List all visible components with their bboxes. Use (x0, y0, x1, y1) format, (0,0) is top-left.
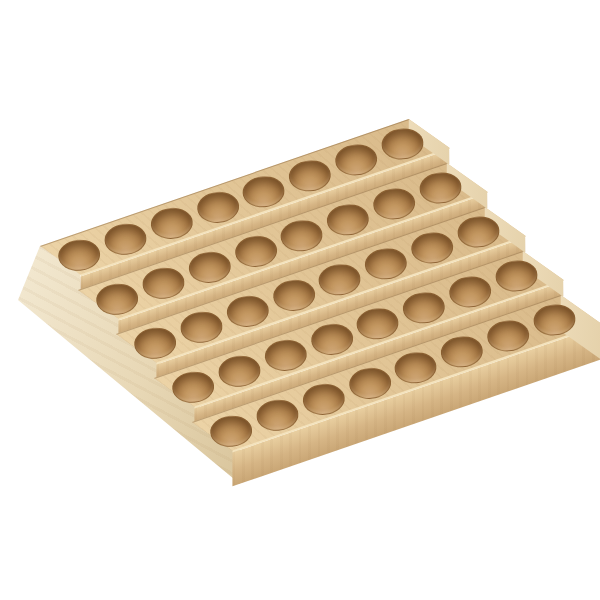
pit-r4c6[interactable] (402, 290, 447, 325)
pit-r5c5[interactable] (393, 350, 438, 385)
pit-r4c8[interactable] (494, 258, 539, 293)
pit-r2c6[interactable] (326, 202, 371, 237)
pit-r5c6[interactable] (440, 334, 485, 369)
pit-r5c2[interactable] (255, 398, 300, 433)
pit-r5c1[interactable] (209, 413, 254, 448)
pit-r4c2[interactable] (217, 354, 262, 389)
pit-r3c1[interactable] (133, 325, 178, 360)
pit-r1c4[interactable] (195, 190, 240, 225)
pit-r1c7[interactable] (334, 142, 379, 177)
pit-r2c5[interactable] (279, 218, 324, 253)
pit-r4c7[interactable] (448, 274, 493, 309)
pit-r1c8[interactable] (380, 126, 425, 161)
pit-r5c4[interactable] (347, 366, 392, 401)
pit-r2c2[interactable] (141, 266, 186, 301)
pit-r1c2[interactable] (103, 222, 148, 257)
pit-r5c3[interactable] (301, 382, 346, 417)
pit-r2c7[interactable] (372, 186, 417, 221)
pit-r3c8[interactable] (456, 214, 501, 249)
pit-r3c2[interactable] (179, 310, 224, 345)
pit-r1c3[interactable] (149, 206, 194, 241)
product-photo-scene (0, 0, 600, 600)
pit-r4c1[interactable] (171, 369, 216, 404)
pit-r3c6[interactable] (364, 246, 409, 281)
pit-r1c6[interactable] (288, 158, 333, 193)
pit-r5c7[interactable] (486, 318, 531, 353)
pit-r4c3[interactable] (263, 338, 308, 373)
pit-r3c7[interactable] (410, 230, 455, 265)
pit-r2c4[interactable] (233, 234, 278, 269)
pit-r2c8[interactable] (418, 170, 463, 205)
pit-r4c4[interactable] (309, 322, 354, 357)
pit-r3c3[interactable] (225, 294, 270, 329)
pit-r5c8[interactable] (532, 302, 577, 337)
pit-r3c4[interactable] (271, 278, 316, 313)
pit-r2c1[interactable] (95, 281, 140, 316)
pit-r4c5[interactable] (355, 306, 400, 341)
pit-r1c5[interactable] (241, 174, 286, 209)
pit-r2c3[interactable] (187, 250, 232, 285)
pit-r3c5[interactable] (317, 262, 362, 297)
pit-r1c1[interactable] (57, 237, 102, 272)
